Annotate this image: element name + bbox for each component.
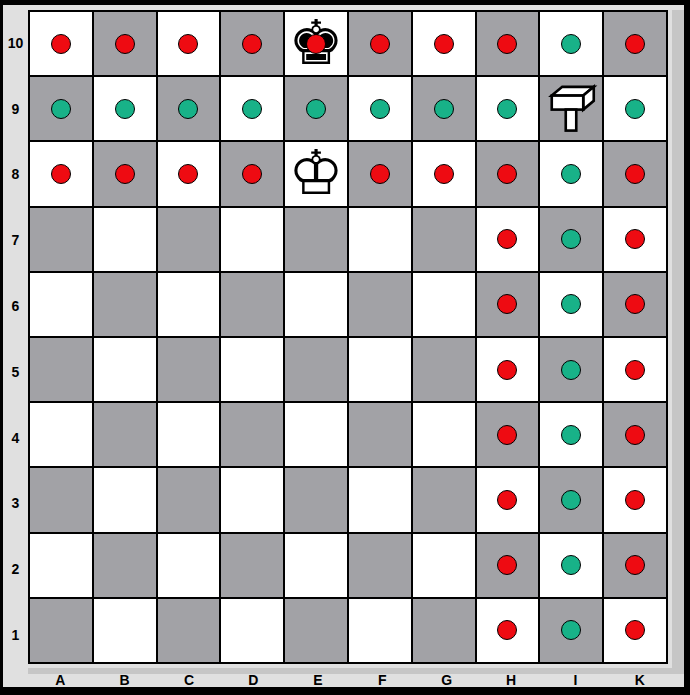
board-panel: 10987654321 ♚♔ ABCDEFGHIK: [3, 5, 684, 687]
teal-marker-dot: [115, 99, 135, 119]
square-B9[interactable]: [94, 77, 156, 140]
square-E8[interactable]: ♔: [285, 142, 347, 205]
square-D5[interactable]: [221, 338, 283, 401]
square-F6[interactable]: [349, 273, 411, 336]
teal-marker-dot: [561, 620, 581, 640]
red-marker-dot: [497, 360, 517, 380]
square-A5[interactable]: [30, 338, 92, 401]
square-B2[interactable]: [94, 534, 156, 597]
rank-label-4: 4: [3, 405, 28, 471]
square-F3[interactable]: [349, 468, 411, 531]
app-window: 10987654321 ♚♔ ABCDEFGHIK: [0, 0, 690, 695]
white-king[interactable]: ♔: [288, 142, 344, 204]
red-marker-dot: [497, 490, 517, 510]
teal-marker-dot: [497, 99, 517, 119]
square-D8[interactable]: [221, 142, 283, 205]
square-I6[interactable]: [540, 273, 602, 336]
square-K6[interactable]: [604, 273, 666, 336]
file-label-G: G: [414, 674, 478, 687]
red-marker-dot: [242, 164, 262, 184]
red-marker-dot: [178, 34, 198, 54]
square-K7[interactable]: [604, 208, 666, 271]
teal-marker-dot: [561, 360, 581, 380]
teal-marker-dot: [561, 294, 581, 314]
board-shadow-right: [672, 10, 684, 674]
file-label-K: K: [608, 674, 672, 687]
square-H7[interactable]: [477, 208, 539, 271]
square-G3[interactable]: [413, 468, 475, 531]
square-G7[interactable]: [413, 208, 475, 271]
square-K8[interactable]: [604, 142, 666, 205]
square-C8[interactable]: [158, 142, 220, 205]
square-I1[interactable]: [540, 599, 602, 662]
square-H9[interactable]: [477, 77, 539, 140]
rank-label-6: 6: [3, 273, 28, 339]
square-G5[interactable]: [413, 338, 475, 401]
square-E10[interactable]: ♚: [285, 12, 347, 75]
file-labels: ABCDEFGHIK: [28, 674, 672, 687]
square-A10[interactable]: [30, 12, 92, 75]
square-H10[interactable]: [477, 12, 539, 75]
square-E7[interactable]: [285, 208, 347, 271]
square-K5[interactable]: [604, 338, 666, 401]
rank-label-7: 7: [3, 207, 28, 273]
square-D3[interactable]: [221, 468, 283, 531]
square-H4[interactable]: [477, 403, 539, 466]
square-B5[interactable]: [94, 338, 156, 401]
teal-marker-dot: [561, 425, 581, 445]
red-marker-dot: [370, 34, 390, 54]
file-label-B: B: [92, 674, 156, 687]
rank-label-10: 10: [3, 10, 28, 76]
square-G4[interactable]: [413, 403, 475, 466]
red-marker-dot: [370, 164, 390, 184]
square-F8[interactable]: [349, 142, 411, 205]
square-K10[interactable]: [604, 12, 666, 75]
square-F5[interactable]: [349, 338, 411, 401]
square-F2[interactable]: [349, 534, 411, 597]
red-marker-dot: [497, 164, 517, 184]
red-marker-dot: [115, 34, 135, 54]
square-B3[interactable]: [94, 468, 156, 531]
square-G9[interactable]: [413, 77, 475, 140]
square-F4[interactable]: [349, 403, 411, 466]
square-I7[interactable]: [540, 208, 602, 271]
red-marker-dot: [497, 229, 517, 249]
rank-label-9: 9: [3, 76, 28, 142]
file-label-I: I: [543, 674, 607, 687]
square-C3[interactable]: [158, 468, 220, 531]
square-I10[interactable]: [540, 12, 602, 75]
square-F10[interactable]: [349, 12, 411, 75]
red-marker-dot: [625, 555, 645, 575]
teal-marker-dot: [306, 99, 326, 119]
square-B1[interactable]: [94, 599, 156, 662]
file-label-A: A: [28, 674, 92, 687]
red-marker-dot: [434, 164, 454, 184]
red-marker-dot: [625, 425, 645, 445]
red-marker-dot: [625, 294, 645, 314]
rank-label-1: 1: [3, 602, 28, 668]
red-marker-dot: [51, 34, 71, 54]
square-A2[interactable]: [30, 534, 92, 597]
square-A9[interactable]: [30, 77, 92, 140]
square-G2[interactable]: [413, 534, 475, 597]
square-K9[interactable]: [604, 77, 666, 140]
rank-label-5: 5: [3, 339, 28, 405]
red-marker-dot: [115, 164, 135, 184]
square-A1[interactable]: [30, 599, 92, 662]
red-marker-dot: [625, 229, 645, 249]
red-marker-dot: [306, 34, 326, 54]
square-E3[interactable]: [285, 468, 347, 531]
red-marker-dot: [497, 425, 517, 445]
square-A3[interactable]: [30, 468, 92, 531]
rank-labels: 10987654321: [3, 10, 28, 668]
square-I4[interactable]: [540, 403, 602, 466]
teal-marker-dot: [561, 555, 581, 575]
square-I9[interactable]: [540, 77, 602, 140]
file-label-H: H: [479, 674, 543, 687]
teal-marker-dot: [370, 99, 390, 119]
square-K2[interactable]: [604, 534, 666, 597]
square-G6[interactable]: [413, 273, 475, 336]
file-label-F: F: [350, 674, 414, 687]
square-D2[interactable]: [221, 534, 283, 597]
square-D7[interactable]: [221, 208, 283, 271]
square-F9[interactable]: [349, 77, 411, 140]
file-label-C: C: [157, 674, 221, 687]
red-marker-dot: [625, 164, 645, 184]
square-C1[interactable]: [158, 599, 220, 662]
square-A7[interactable]: [30, 208, 92, 271]
file-label-D: D: [221, 674, 285, 687]
square-C4[interactable]: [158, 403, 220, 466]
red-marker-dot: [497, 34, 517, 54]
square-E6[interactable]: [285, 273, 347, 336]
rank-label-2: 2: [3, 536, 28, 602]
square-D10[interactable]: [221, 12, 283, 75]
red-marker-dot: [497, 294, 517, 314]
teal-marker-dot: [51, 99, 71, 119]
rank-label-8: 8: [3, 142, 28, 208]
square-G1[interactable]: [413, 599, 475, 662]
square-B4[interactable]: [94, 403, 156, 466]
red-marker-dot: [178, 164, 198, 184]
red-marker-dot: [242, 34, 262, 54]
red-marker-dot: [625, 34, 645, 54]
teal-marker-dot: [561, 229, 581, 249]
teal-marker-dot: [561, 34, 581, 54]
square-H1[interactable]: [477, 599, 539, 662]
square-A6[interactable]: [30, 273, 92, 336]
red-marker-dot: [625, 360, 645, 380]
square-H6[interactable]: [477, 273, 539, 336]
square-H8[interactable]: [477, 142, 539, 205]
square-K3[interactable]: [604, 468, 666, 531]
square-I5[interactable]: [540, 338, 602, 401]
red-marker-dot: [497, 620, 517, 640]
teal-marker-dot: [178, 99, 198, 119]
game-board: ♚♔: [28, 10, 668, 664]
square-B10[interactable]: [94, 12, 156, 75]
red-marker-dot: [51, 164, 71, 184]
square-C2[interactable]: [158, 534, 220, 597]
square-F7[interactable]: [349, 208, 411, 271]
teal-marker-dot: [561, 164, 581, 184]
square-K4[interactable]: [604, 403, 666, 466]
square-B7[interactable]: [94, 208, 156, 271]
red-marker-dot: [434, 34, 454, 54]
square-E2[interactable]: [285, 534, 347, 597]
square-G8[interactable]: [413, 142, 475, 205]
square-B8[interactable]: [94, 142, 156, 205]
red-marker-dot: [625, 490, 645, 510]
square-E5[interactable]: [285, 338, 347, 401]
square-D6[interactable]: [221, 273, 283, 336]
square-F1[interactable]: [349, 599, 411, 662]
file-label-E: E: [286, 674, 350, 687]
square-C10[interactable]: [158, 12, 220, 75]
square-C6[interactable]: [158, 273, 220, 336]
square-C7[interactable]: [158, 208, 220, 271]
square-B6[interactable]: [94, 273, 156, 336]
square-H2[interactable]: [477, 534, 539, 597]
teal-marker-dot: [625, 99, 645, 119]
square-A4[interactable]: [30, 403, 92, 466]
rank-label-3: 3: [3, 471, 28, 537]
square-D1[interactable]: [221, 599, 283, 662]
teal-marker-dot: [242, 99, 262, 119]
square-D4[interactable]: [221, 403, 283, 466]
square-E1[interactable]: [285, 599, 347, 662]
square-I2[interactable]: [540, 534, 602, 597]
square-C9[interactable]: [158, 77, 220, 140]
square-I8[interactable]: [540, 142, 602, 205]
square-K1[interactable]: [604, 599, 666, 662]
white-rook-hammer-icon[interactable]: [543, 79, 599, 137]
square-A8[interactable]: [30, 142, 92, 205]
square-H5[interactable]: [477, 338, 539, 401]
square-E4[interactable]: [285, 403, 347, 466]
square-H3[interactable]: [477, 468, 539, 531]
square-E9[interactable]: [285, 77, 347, 140]
teal-marker-dot: [561, 490, 581, 510]
square-D9[interactable]: [221, 77, 283, 140]
red-marker-dot: [497, 555, 517, 575]
red-marker-dot: [625, 620, 645, 640]
square-G10[interactable]: [413, 12, 475, 75]
square-C5[interactable]: [158, 338, 220, 401]
teal-marker-dot: [434, 99, 454, 119]
square-I3[interactable]: [540, 468, 602, 531]
